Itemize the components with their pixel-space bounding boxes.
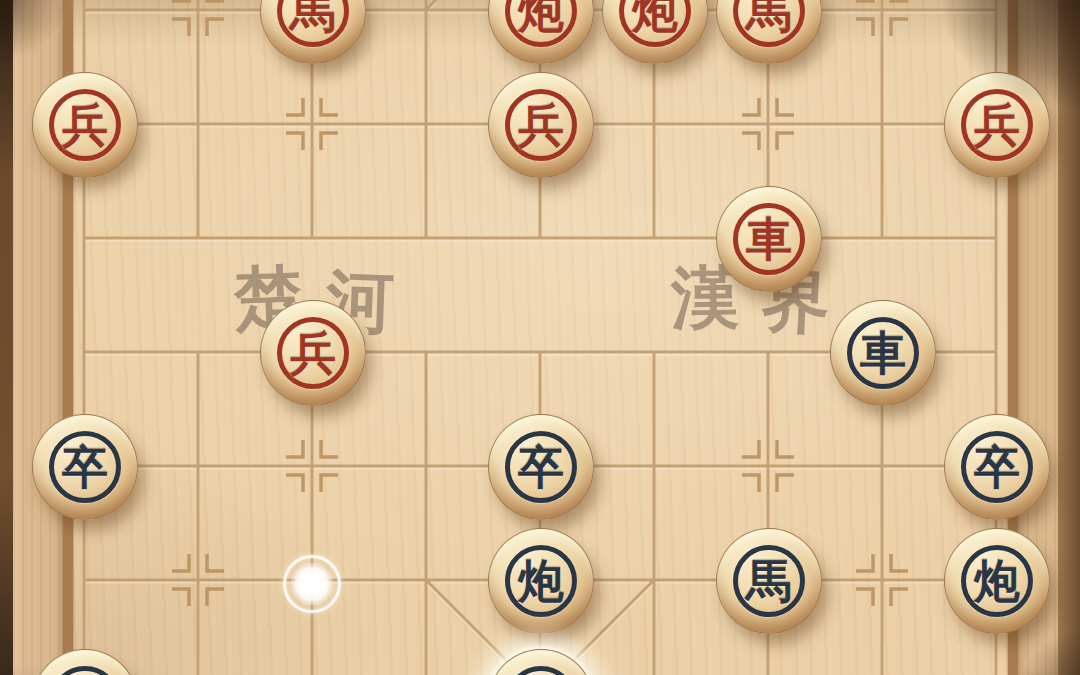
piece-ring: 兵 [505,89,577,161]
piece-glyph: 車 [860,330,906,376]
piece-black-soldier[interactable]: 卒 [944,414,1050,520]
piece-glyph: 兵 [62,102,108,148]
piece-black-cannon[interactable]: 炮 [488,528,594,634]
piece-glyph: 卒 [974,444,1020,490]
piece-ring: 馬 [733,545,805,617]
piece-glyph: 馬 [746,0,792,34]
piece-ring: 炮 [505,0,577,47]
piece-ring: 炮 [619,0,691,47]
tap-indicator [283,555,341,613]
piece-glyph: 炮 [518,0,564,34]
piece-ring: 兵 [49,89,121,161]
piece-glyph: 馬 [746,558,792,604]
piece-red-chariot[interactable]: 車 [716,186,822,292]
piece-red-soldier[interactable]: 兵 [260,300,366,406]
piece-glyph: 卒 [62,444,108,490]
piece-ring: 卒 [961,431,1033,503]
piece-glyph: 炮 [518,558,564,604]
piece-glyph: 兵 [518,102,564,148]
piece-glyph: 卒 [518,444,564,490]
piece-ring: 馬 [277,0,349,47]
piece-glyph: 兵 [290,330,336,376]
piece-ring: 車 [733,203,805,275]
piece-glyph: 馬 [290,0,336,34]
board-right-edge [1058,0,1080,675]
piece-ring: 馬 [733,0,805,47]
board-left-edge [0,0,13,675]
piece-ring: 炮 [505,545,577,617]
piece-glyph: 炮 [632,0,678,34]
piece-ring: 卒 [505,431,577,503]
piece-ring: 卒 [49,431,121,503]
piece-ring: 兵 [277,317,349,389]
piece-red-soldier[interactable]: 兵 [32,72,138,178]
piece-glyph: 車 [746,216,792,262]
xiangqi-app-screen: 楚河漢界 馬炮炮馬兵兵兵車兵車卒卒卒炮馬炮車馬 [0,0,1080,675]
piece-black-chariot[interactable]: 車 [830,300,936,406]
piece-glyph: 炮 [974,558,1020,604]
piece-red-soldier[interactable]: 兵 [944,72,1050,178]
piece-glyph: 兵 [974,102,1020,148]
piece-black-horse[interactable]: 馬 [716,528,822,634]
piece-ring: 兵 [961,89,1033,161]
piece-black-soldier[interactable]: 卒 [488,414,594,520]
piece-ring: 馬 [505,666,577,675]
piece-red-soldier[interactable]: 兵 [488,72,594,178]
piece-ring: 車 [49,666,121,675]
piece-black-soldier[interactable]: 卒 [32,414,138,520]
piece-ring: 炮 [961,545,1033,617]
piece-ring: 車 [847,317,919,389]
piece-black-cannon[interactable]: 炮 [944,528,1050,634]
